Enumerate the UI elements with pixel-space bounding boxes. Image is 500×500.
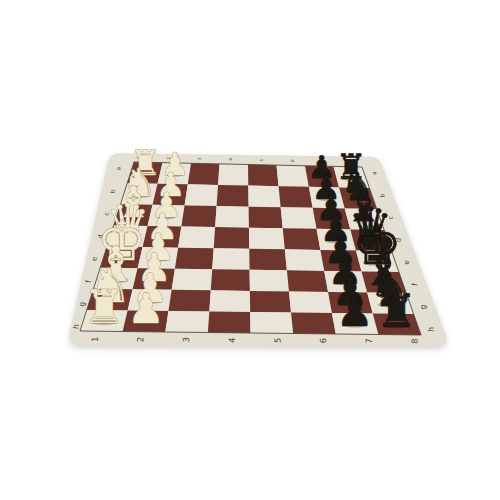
label-rank-5-far: 5 xyxy=(259,158,264,161)
square-b5 xyxy=(248,186,280,208)
square-d3 xyxy=(178,227,215,249)
square-b6 xyxy=(279,186,313,208)
square-h3 xyxy=(165,311,209,333)
square-a5 xyxy=(248,165,279,187)
square-a4 xyxy=(218,164,248,186)
label-rank-6-near: 6 xyxy=(318,338,328,344)
square-a6 xyxy=(277,165,309,187)
label-rank-4-near: 4 xyxy=(227,337,237,343)
square-g4 xyxy=(209,290,250,312)
label-file-h-left: h xyxy=(72,324,81,330)
square-e5 xyxy=(249,249,287,271)
label-rank-1-near: 1 xyxy=(90,336,100,342)
label-rank-4-far: 4 xyxy=(228,158,233,161)
square-e6 xyxy=(285,249,324,271)
label-file-h-right: h xyxy=(426,326,435,332)
square-e4 xyxy=(212,248,249,270)
piece-white-rook-h1: ♜ xyxy=(83,280,125,334)
square-c6 xyxy=(281,207,317,229)
label-rank-3-far: 3 xyxy=(197,157,202,160)
square-f5 xyxy=(250,270,289,292)
square-c5 xyxy=(249,207,283,229)
square-c3 xyxy=(181,205,216,227)
square-b3 xyxy=(185,184,218,206)
square-d6 xyxy=(283,228,321,250)
square-g3 xyxy=(168,290,210,312)
piece-black-rook-h8: ♜ xyxy=(376,284,418,338)
label-rank-8-near: 8 xyxy=(409,338,419,344)
label-file-g-right: g xyxy=(418,304,427,310)
square-d5 xyxy=(249,228,285,250)
square-a3 xyxy=(188,163,220,185)
label-rank-7-near: 7 xyxy=(364,338,374,344)
square-f3 xyxy=(172,269,213,291)
square-f4 xyxy=(211,269,250,291)
square-f6 xyxy=(287,270,328,292)
label-rank-2-near: 2 xyxy=(135,337,145,343)
label-file-a-left: a xyxy=(115,167,121,171)
label-rank-5-near: 5 xyxy=(272,337,282,343)
product-photo: 1234567812345678hhggffeeddccbbaa♜♟♟♜♞♟♟♞… xyxy=(0,0,500,500)
square-e3 xyxy=(175,248,214,270)
piece-black-pawn-h7: ♟ xyxy=(336,287,373,336)
chessboard: 1234567812345678hhggffeeddccbbaa♜♟♟♜♞♟♟♞… xyxy=(0,0,500,500)
piece-white-pawn-h2: ♟ xyxy=(127,284,164,333)
square-d4 xyxy=(214,227,250,249)
label-rank-6-far: 6 xyxy=(290,159,295,162)
label-rank-3-near: 3 xyxy=(181,337,191,343)
square-h6 xyxy=(291,312,336,334)
square-g5 xyxy=(250,291,291,313)
square-h4 xyxy=(208,311,251,333)
square-b4 xyxy=(217,185,249,207)
square-g6 xyxy=(289,291,332,313)
square-h5 xyxy=(250,312,293,334)
square-c4 xyxy=(215,206,249,228)
